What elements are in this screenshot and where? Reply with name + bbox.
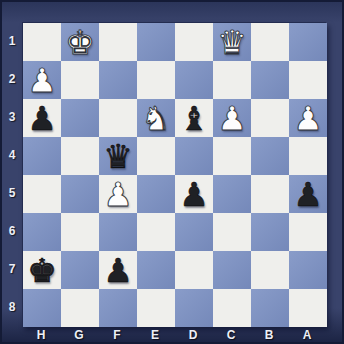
square-h7[interactable]: ♚ [23, 251, 61, 289]
file-labels: H G F E D C B A [22, 326, 326, 344]
square-c3[interactable]: ♟ [213, 99, 251, 137]
file-label-d: D [174, 326, 212, 344]
square-h2[interactable]: ♟ [23, 61, 61, 99]
square-a3[interactable]: ♟ [289, 99, 327, 137]
square-e3[interactable]: ♞ [137, 99, 175, 137]
square-a1[interactable] [289, 23, 327, 61]
square-d8[interactable] [175, 289, 213, 327]
square-e4[interactable] [137, 137, 175, 175]
file-label-b: B [250, 326, 288, 344]
rank-label-8: 8 [2, 288, 22, 326]
piece-white-pawn[interactable]: ♟ [289, 99, 327, 137]
square-b8[interactable] [251, 289, 289, 327]
piece-black-queen[interactable]: ♛ [99, 137, 137, 175]
rank-label-3: 3 [2, 98, 22, 136]
square-g2[interactable] [61, 61, 99, 99]
square-b1[interactable] [251, 23, 289, 61]
square-f2[interactable] [99, 61, 137, 99]
square-e5[interactable] [137, 175, 175, 213]
square-e1[interactable] [137, 23, 175, 61]
piece-black-pawn[interactable]: ♟ [23, 99, 61, 137]
piece-black-pawn[interactable]: ♟ [99, 251, 137, 289]
square-d6[interactable] [175, 213, 213, 251]
file-label-h: H [22, 326, 60, 344]
chess-board-frame: 1 2 3 4 5 6 7 8 ♚♛♟♟♞♝♟♟♛♟♟♟♚♟ H G F E D… [0, 0, 344, 344]
square-e6[interactable] [137, 213, 175, 251]
square-b4[interactable] [251, 137, 289, 175]
square-e2[interactable] [137, 61, 175, 99]
rank-label-6: 6 [2, 212, 22, 250]
file-label-f: F [98, 326, 136, 344]
square-f7[interactable]: ♟ [99, 251, 137, 289]
file-label-e: E [136, 326, 174, 344]
square-h8[interactable] [23, 289, 61, 327]
square-a4[interactable] [289, 137, 327, 175]
square-c1[interactable]: ♛ [213, 23, 251, 61]
piece-white-knight[interactable]: ♞ [137, 99, 175, 137]
square-b3[interactable] [251, 99, 289, 137]
square-a8[interactable] [289, 289, 327, 327]
square-d2[interactable] [175, 61, 213, 99]
piece-black-bishop[interactable]: ♝ [175, 99, 213, 137]
piece-white-pawn[interactable]: ♟ [213, 99, 251, 137]
square-c7[interactable] [213, 251, 251, 289]
square-d3[interactable]: ♝ [175, 99, 213, 137]
rank-label-2: 2 [2, 60, 22, 98]
square-g6[interactable] [61, 213, 99, 251]
piece-white-pawn[interactable]: ♟ [99, 175, 137, 213]
square-f1[interactable] [99, 23, 137, 61]
square-b2[interactable] [251, 61, 289, 99]
square-h5[interactable] [23, 175, 61, 213]
chess-board: ♚♛♟♟♞♝♟♟♛♟♟♟♚♟ [22, 22, 326, 326]
square-g1[interactable]: ♚ [61, 23, 99, 61]
square-d4[interactable] [175, 137, 213, 175]
square-f3[interactable] [99, 99, 137, 137]
square-f6[interactable] [99, 213, 137, 251]
square-e7[interactable] [137, 251, 175, 289]
square-h6[interactable] [23, 213, 61, 251]
rank-label-7: 7 [2, 250, 22, 288]
square-h3[interactable]: ♟ [23, 99, 61, 137]
square-a2[interactable] [289, 61, 327, 99]
square-c5[interactable] [213, 175, 251, 213]
square-g3[interactable] [61, 99, 99, 137]
square-f4[interactable]: ♛ [99, 137, 137, 175]
rank-label-1: 1 [2, 22, 22, 60]
square-c2[interactable] [213, 61, 251, 99]
file-label-a: A [288, 326, 326, 344]
rank-label-4: 4 [2, 136, 22, 174]
piece-white-queen[interactable]: ♛ [213, 23, 251, 61]
square-e8[interactable] [137, 289, 175, 327]
piece-black-king[interactable]: ♚ [23, 251, 61, 289]
square-b5[interactable] [251, 175, 289, 213]
rank-labels: 1 2 3 4 5 6 7 8 [2, 22, 22, 326]
square-c4[interactable] [213, 137, 251, 175]
square-f5[interactable]: ♟ [99, 175, 137, 213]
square-a6[interactable] [289, 213, 327, 251]
square-a5[interactable]: ♟ [289, 175, 327, 213]
piece-black-pawn[interactable]: ♟ [175, 175, 213, 213]
square-c8[interactable] [213, 289, 251, 327]
square-b7[interactable] [251, 251, 289, 289]
square-b6[interactable] [251, 213, 289, 251]
square-g8[interactable] [61, 289, 99, 327]
square-g4[interactable] [61, 137, 99, 175]
square-d7[interactable] [175, 251, 213, 289]
square-f8[interactable] [99, 289, 137, 327]
square-a7[interactable] [289, 251, 327, 289]
square-c6[interactable] [213, 213, 251, 251]
square-d1[interactable] [175, 23, 213, 61]
rank-label-5: 5 [2, 174, 22, 212]
file-label-g: G [60, 326, 98, 344]
piece-black-pawn[interactable]: ♟ [289, 175, 327, 213]
piece-white-king[interactable]: ♚ [61, 23, 99, 61]
square-h1[interactable] [23, 23, 61, 61]
square-h4[interactable] [23, 137, 61, 175]
piece-white-pawn[interactable]: ♟ [23, 61, 61, 99]
square-d5[interactable]: ♟ [175, 175, 213, 213]
file-label-c: C [212, 326, 250, 344]
square-g7[interactable] [61, 251, 99, 289]
square-g5[interactable] [61, 175, 99, 213]
